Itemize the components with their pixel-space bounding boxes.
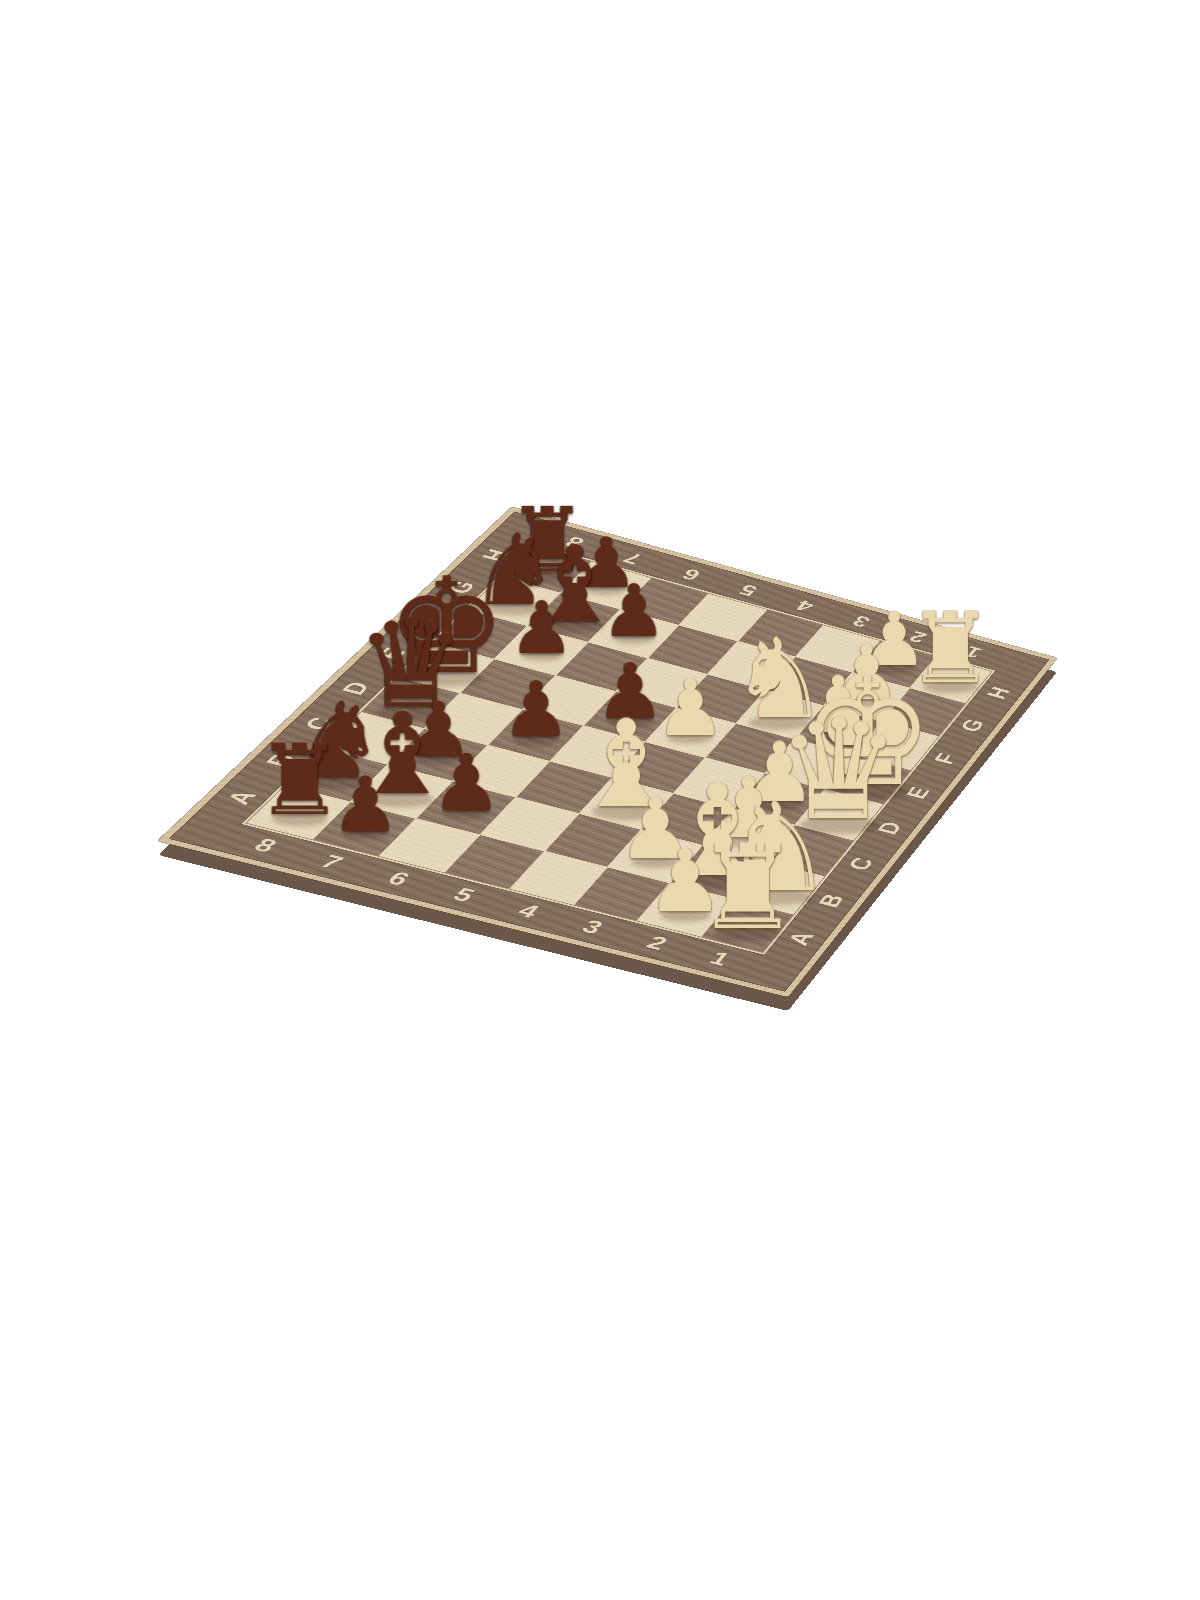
product-photo: AABBCCDDEEFFGGHH8877665544332211 ♜♞♛♚♞♜♟… (0, 0, 1200, 1600)
black-pawn-icon: ♟ (331, 766, 399, 842)
piece-black-rook-a8[interactable]: ♜ (256, 732, 343, 829)
piece-black-pawn-g6[interactable]: ♟ (601, 575, 666, 647)
pieces-layer: ♜♞♛♚♞♜♟♝♟♟♝♟♟♟♟♟♝♟♟♞♟♝♟♟♟♟♟♜♞♛♚♜ (0, 0, 1200, 1600)
piece-black-pawn-b6[interactable]: ♟ (432, 744, 502, 822)
piece-white-rook-a1[interactable]: ♜ (695, 829, 800, 946)
black-rook-icon: ♜ (256, 732, 343, 829)
piece-black-pawn-f7[interactable]: ♟ (509, 591, 574, 663)
piece-black-pawn-d6[interactable]: ♟ (502, 673, 571, 750)
black-pawn-icon: ♟ (509, 591, 574, 663)
white-rook-icon: ♜ (695, 829, 800, 946)
black-pawn-icon: ♟ (432, 744, 502, 822)
black-pawn-icon: ♟ (502, 673, 571, 750)
black-pawn-icon: ♟ (601, 575, 666, 647)
piece-black-pawn-a7[interactable]: ♟ (331, 766, 399, 842)
